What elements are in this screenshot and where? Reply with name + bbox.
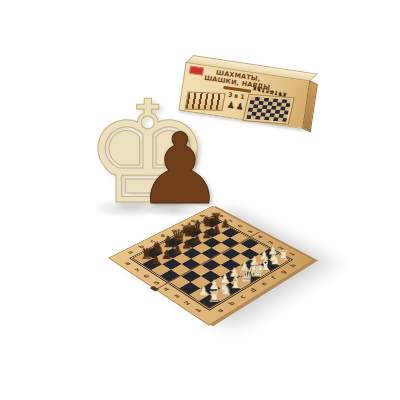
chessboard-scene: abcdefgh abcdefgh 87654321 87654321 ♜♞♝♛… [138, 186, 284, 332]
coordinate-label: 1 [193, 307, 203, 313]
coordinate-label: 3 [172, 293, 182, 299]
board-frame: abcdefgh abcdefgh 87654321 87654321 ♜♞♝♛… [108, 206, 314, 326]
coordinate-label: 4 [256, 235, 265, 240]
chess-pawns-art: ♟♟ [226, 100, 245, 113]
piece-black-p: ♟ [149, 254, 163, 266]
square [181, 259, 201, 270]
coordinate-label: h [289, 263, 298, 268]
coordinate-label: 2 [183, 300, 193, 306]
coordinate-label: c [238, 294, 247, 300]
coordinate-label: f [270, 275, 278, 280]
coordinate-label: 7 [133, 267, 142, 272]
product-photo: ШАХМАТЫ, ШАШКИ, НАРДЫ 3 в 1 ♟♟ ♜♞♝♛♚♝♞♜ … [0, 0, 400, 400]
board-inner-border: ♜♞♝♛♚♝♞♜♟♟♟♟♟♟♟♟♟♟♟♟♟♟♟♟♜♞♝♛♚♝♞♜ [129, 216, 293, 311]
coordinate-label: a [126, 250, 135, 255]
coordinate-label: b [227, 301, 237, 307]
chessboard-art [244, 95, 294, 124]
coordinate-label: a [216, 308, 226, 314]
coordinate-label: e [259, 281, 269, 287]
coordinate-label: d [249, 287, 259, 293]
coordinate-label: g [279, 269, 289, 275]
coordinate-label: 4 [162, 287, 171, 293]
coordinate-label: 6 [142, 274, 151, 280]
piece-white-r: ♜ [207, 289, 222, 304]
chessboard: abcdefgh abcdefgh 87654321 87654321 ♜♞♝♛… [108, 206, 314, 326]
board-grid: ♜♞♝♛♚♝♞♜♟♟♟♟♟♟♟♟♟♟♟♟♟♟♟♟♜♞♝♛♚♝♞♜ [132, 217, 290, 309]
coordinate-label: 6 [236, 224, 245, 229]
coordinate-label: 8 [124, 261, 133, 266]
